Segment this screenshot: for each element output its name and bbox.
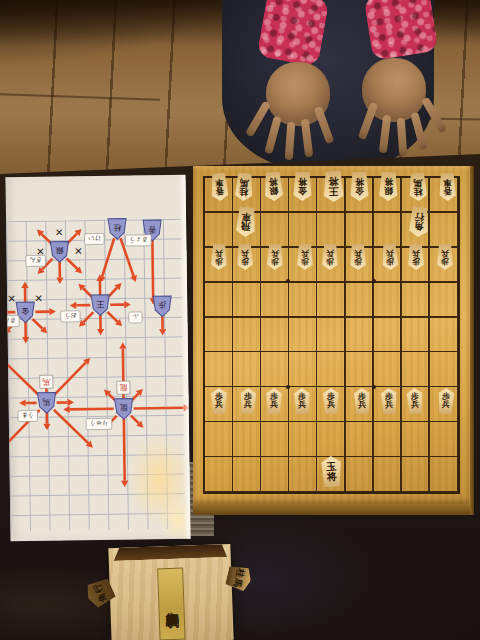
finger (358, 102, 379, 140)
svg-text:おう: おう (64, 312, 76, 320)
shogi-piece-near-歩兵[interactable]: 歩兵 (435, 387, 456, 414)
svg-text:歩: 歩 (158, 301, 166, 310)
shogi-piece-far-歩兵[interactable]: 歩兵 (235, 244, 256, 270)
piece-kanji: 銀 (269, 186, 279, 195)
shogi-piece-far-銀将[interactable]: 銀将 (377, 172, 401, 201)
finger (264, 116, 282, 155)
piece-kanji: 兵 (241, 250, 249, 258)
board-side-bottom (193, 504, 470, 515)
svg-text:うま: うま (22, 411, 34, 419)
shogi-piece-far-歩兵[interactable]: 歩兵 (265, 244, 286, 271)
piece-kanji: 兵 (271, 250, 279, 258)
shogi-piece-far-金将[interactable]: 金将 (291, 172, 314, 201)
piece-kanji: 兵 (243, 400, 251, 408)
piece-kanji: 将 (326, 471, 336, 481)
svg-text:りゅう: りゅう (90, 419, 109, 427)
piece-kanji: 兵 (385, 400, 393, 408)
piece-kanji: 金 (298, 187, 307, 196)
shogi-piece-near-歩兵[interactable]: 歩兵 (405, 387, 426, 414)
piece-kanji: 行 (414, 213, 424, 223)
piece-kanji: 銀 (384, 187, 393, 196)
box-label-text: 御将棋駒 (162, 602, 180, 607)
piece-kanji: 馬 (232, 577, 243, 588)
shogi-piece-far-歩兵[interactable]: 歩兵 (348, 244, 368, 270)
child-left-hand (252, 60, 344, 164)
finger (397, 118, 408, 156)
box-label: 御将棋駒 (157, 568, 185, 640)
shogi-piece-far-歩兵[interactable]: 歩兵 (379, 244, 400, 271)
piece-kanji: 金 (355, 187, 364, 196)
finger (410, 112, 428, 151)
shogi-piece-far-桂馬[interactable]: 桂馬 (232, 172, 256, 201)
piece-kanji: 馬 (240, 178, 249, 187)
shogi-piece-far-金将[interactable]: 金将 (348, 172, 371, 201)
shogi-board: 香車桂馬銀将金将王将金将銀将桂馬香車飛車角行歩兵歩兵歩兵歩兵歩兵歩兵歩兵歩兵歩兵… (193, 166, 474, 515)
piece-kanji: 王 (328, 187, 338, 197)
piece-kanji: 兵 (298, 401, 306, 409)
piece-kanji: 車 (242, 213, 252, 223)
piece-kanji: 兵 (301, 250, 309, 258)
piece-kanji: 兵 (412, 250, 420, 258)
piece-kanji: 兵 (326, 250, 334, 258)
shogi-piece-far-香車[interactable]: 香車 (437, 172, 459, 201)
shogi-piece-near-歩兵[interactable]: 歩兵 (320, 387, 341, 414)
finger (379, 115, 392, 154)
shogi-piece-far-歩兵[interactable]: 歩兵 (406, 244, 427, 270)
board-face: 香車桂馬銀将金将王将金将銀将桂馬香車飛車角行歩兵歩兵歩兵歩兵歩兵歩兵歩兵歩兵歩兵… (193, 166, 470, 504)
shogi-piece-near-歩兵[interactable]: 歩兵 (209, 388, 229, 414)
shogi-piece-near-歩兵[interactable]: 歩兵 (237, 387, 258, 414)
piece-kanji: 将 (355, 178, 364, 187)
shogi-piece-near-歩兵[interactable]: 歩兵 (378, 387, 399, 414)
board-pieces: 香車桂馬銀将金将王将金将銀将桂馬香車飛車角行歩兵歩兵歩兵歩兵歩兵歩兵歩兵歩兵歩兵… (203, 176, 460, 494)
shogi-piece-near-歩兵[interactable]: 歩兵 (264, 388, 284, 414)
box-lid-edge (108, 544, 230, 561)
svg-text:ふ: ふ (132, 314, 139, 321)
piece-kanji: 兵 (354, 250, 362, 258)
photo-shogi-lesson: ✕✕✕銀ぎん桂けい香きょう✕✕金きん王おう歩ふ馬馬うま龍龍りゅう 香車桂馬銀将金… (0, 0, 480, 640)
piece-kanji: 兵 (270, 401, 278, 409)
piece-kanji: 桂 (235, 568, 246, 579)
piece-kanji: 馬 (413, 178, 422, 187)
shogi-piece-far-歩兵[interactable]: 歩兵 (320, 244, 341, 270)
shogi-piece-far-歩兵[interactable]: 歩兵 (209, 244, 230, 270)
child-left-sleeve (257, 0, 330, 67)
shogi-piece-far-香車[interactable]: 香車 (208, 172, 231, 201)
piece-kanji: 将 (268, 178, 278, 187)
child-right-hand (348, 56, 440, 160)
piece-kanji: 兵 (327, 401, 335, 409)
piece-kanji: 兵 (215, 250, 223, 258)
finger (285, 122, 296, 160)
piece-kanji: 兵 (215, 401, 223, 409)
shogi-piece-near-玉将[interactable]: 玉将 (318, 455, 344, 487)
piece-box: 御将棋駒 (108, 544, 233, 640)
piece-kanji: 兵 (441, 400, 449, 408)
shogi-piece-far-角行[interactable]: 角行 (406, 206, 432, 237)
shogi-piece-far-桂馬[interactable]: 桂馬 (406, 172, 429, 201)
piece-kanji: 兵 (441, 250, 449, 258)
shogi-piece-far-銀将[interactable]: 銀将 (261, 171, 286, 201)
piece-kanji: 車 (443, 179, 452, 187)
shogi-piece-far-王将[interactable]: 王将 (320, 171, 346, 202)
piece-kanji: 兵 (411, 400, 419, 408)
svg-text:龍: 龍 (120, 403, 128, 412)
piece-kanji: 将 (328, 177, 338, 187)
shogi-piece-near-歩兵[interactable]: 歩兵 (291, 387, 312, 414)
piece-kanji: 車 (214, 178, 223, 187)
shogi-piece-far-歩兵[interactable]: 歩兵 (295, 244, 315, 270)
movement-reference-sheet: ✕✕✕銀ぎん桂けい香きょう✕✕金きん王おう歩ふ馬馬うま龍龍りゅう (5, 175, 190, 541)
piece-kanji: 兵 (358, 400, 366, 408)
finger (301, 119, 314, 158)
board-side-right (470, 166, 474, 515)
shogi-piece-far-飛車[interactable]: 飛車 (233, 206, 259, 238)
svg-text:龍: 龍 (119, 383, 127, 392)
svg-text:✕: ✕ (7, 293, 16, 304)
child-right-sleeve (363, 0, 438, 61)
piece-kanji: 将 (298, 178, 307, 187)
piece-kanji: 兵 (385, 250, 393, 258)
shogi-piece-near-歩兵[interactable]: 歩兵 (351, 387, 372, 414)
shogi-piece-far-歩兵[interactable]: 歩兵 (435, 244, 455, 270)
piece-kanji: 将 (384, 178, 393, 187)
